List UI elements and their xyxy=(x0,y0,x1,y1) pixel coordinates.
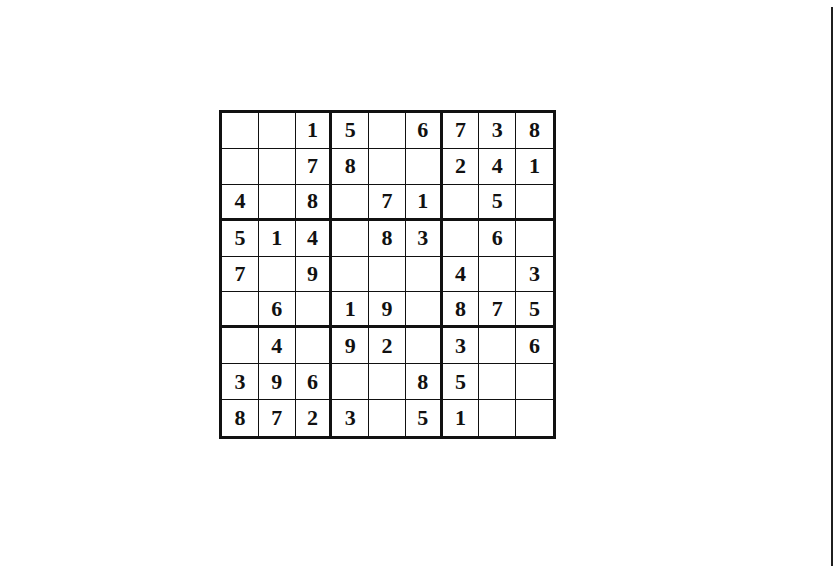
sudoku-cell[interactable] xyxy=(406,292,443,328)
sudoku-cell[interactable] xyxy=(406,257,443,293)
sudoku-cell[interactable]: 9 xyxy=(369,292,406,328)
sudoku-cell[interactable] xyxy=(479,328,516,364)
sudoku-cell[interactable]: 5 xyxy=(516,292,553,328)
sudoku-cell[interactable]: 5 xyxy=(406,400,443,436)
sudoku-cell[interactable] xyxy=(516,400,553,436)
sudoku-cell[interactable]: 5 xyxy=(222,221,259,257)
sudoku-cell[interactable]: 4 xyxy=(443,257,480,293)
sudoku-cell[interactable]: 1 xyxy=(443,400,480,436)
sudoku-cell[interactable] xyxy=(222,149,259,185)
sudoku-cell[interactable] xyxy=(369,113,406,149)
sudoku-cell[interactable]: 3 xyxy=(516,257,553,293)
sudoku-cell[interactable] xyxy=(369,400,406,436)
sudoku-cell[interactable]: 5 xyxy=(443,364,480,400)
sudoku-cell[interactable] xyxy=(479,400,516,436)
sudoku-cell[interactable] xyxy=(369,257,406,293)
sudoku-cell[interactable]: 1 xyxy=(259,221,296,257)
sudoku-cell[interactable] xyxy=(369,364,406,400)
sudoku-cell[interactable]: 3 xyxy=(406,221,443,257)
sudoku-cell[interactable] xyxy=(296,328,333,364)
sudoku-cell[interactable]: 8 xyxy=(296,185,333,221)
sudoku-cell[interactable] xyxy=(332,221,369,257)
sudoku-cell[interactable]: 1 xyxy=(332,292,369,328)
sudoku-cell[interactable] xyxy=(332,257,369,293)
sudoku-cell[interactable]: 3 xyxy=(332,400,369,436)
sudoku-cell[interactable] xyxy=(259,257,296,293)
sudoku-cell[interactable] xyxy=(332,185,369,221)
sudoku-cell[interactable]: 6 xyxy=(479,221,516,257)
sudoku-cell[interactable]: 2 xyxy=(369,328,406,364)
sudoku-cell[interactable] xyxy=(406,328,443,364)
sudoku-cell[interactable] xyxy=(479,257,516,293)
sudoku-cell[interactable] xyxy=(406,149,443,185)
sudoku-cell[interactable]: 6 xyxy=(516,328,553,364)
sudoku-cell[interactable] xyxy=(296,292,333,328)
sudoku-cell[interactable]: 9 xyxy=(259,364,296,400)
sudoku-cell[interactable] xyxy=(516,221,553,257)
sudoku-cell[interactable] xyxy=(222,328,259,364)
sudoku-cell[interactable]: 4 xyxy=(259,328,296,364)
sudoku-cell[interactable] xyxy=(259,149,296,185)
sudoku-cell[interactable]: 1 xyxy=(516,149,553,185)
sudoku-cell[interactable]: 8 xyxy=(369,221,406,257)
sudoku-cell[interactable]: 9 xyxy=(332,328,369,364)
sudoku-cell[interactable]: 3 xyxy=(443,328,480,364)
sudoku-cell[interactable]: 4 xyxy=(222,185,259,221)
sudoku-board: 1567387824148715514836794361987549236396… xyxy=(219,110,556,439)
sudoku-cell[interactable]: 6 xyxy=(296,364,333,400)
sudoku-cell[interactable] xyxy=(259,185,296,221)
sudoku-cell[interactable]: 4 xyxy=(479,149,516,185)
sudoku-cell[interactable]: 7 xyxy=(479,292,516,328)
sudoku-cell[interactable]: 2 xyxy=(296,400,333,436)
sudoku-cell[interactable]: 8 xyxy=(443,292,480,328)
sudoku-cell[interactable]: 1 xyxy=(406,185,443,221)
sudoku-cell[interactable]: 3 xyxy=(222,364,259,400)
page-right-edge-line xyxy=(831,7,833,566)
sudoku-cell[interactable]: 4 xyxy=(296,221,333,257)
sudoku-cell[interactable]: 5 xyxy=(479,185,516,221)
sudoku-cell[interactable]: 6 xyxy=(406,113,443,149)
sudoku-cell[interactable]: 6 xyxy=(259,292,296,328)
sudoku-cell[interactable]: 7 xyxy=(296,149,333,185)
sudoku-cell[interactable] xyxy=(259,113,296,149)
sudoku-cell[interactable] xyxy=(222,292,259,328)
sudoku-cell[interactable]: 5 xyxy=(332,113,369,149)
sudoku-cell[interactable] xyxy=(479,364,516,400)
sudoku-cell[interactable]: 8 xyxy=(222,400,259,436)
sudoku-cell[interactable]: 1 xyxy=(296,113,333,149)
sudoku-cell[interactable]: 7 xyxy=(259,400,296,436)
sudoku-cell[interactable] xyxy=(516,185,553,221)
sudoku-cell[interactable]: 7 xyxy=(222,257,259,293)
sudoku-cell[interactable]: 8 xyxy=(332,149,369,185)
sudoku-cell[interactable]: 2 xyxy=(443,149,480,185)
sudoku-cell[interactable]: 7 xyxy=(369,185,406,221)
sudoku-cell[interactable] xyxy=(443,185,480,221)
sudoku-cell[interactable] xyxy=(222,113,259,149)
sudoku-cell[interactable] xyxy=(332,364,369,400)
sudoku-cell[interactable] xyxy=(443,221,480,257)
sudoku-cell[interactable]: 3 xyxy=(479,113,516,149)
sudoku-cell[interactable]: 8 xyxy=(406,364,443,400)
sudoku-cell[interactable] xyxy=(369,149,406,185)
sudoku-cell[interactable]: 7 xyxy=(443,113,480,149)
sudoku-cell[interactable]: 8 xyxy=(516,113,553,149)
sudoku-cell[interactable]: 9 xyxy=(296,257,333,293)
sudoku-cell[interactable] xyxy=(516,364,553,400)
